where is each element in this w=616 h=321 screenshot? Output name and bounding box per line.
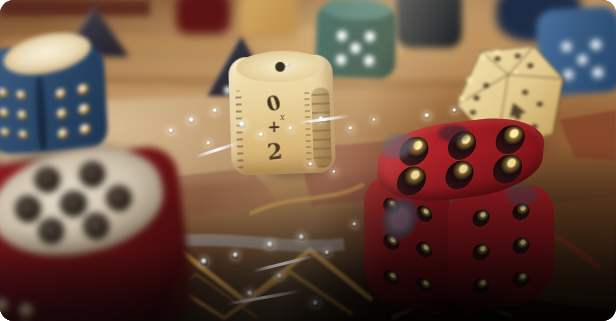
water-droplet: [238, 121, 246, 129]
water-droplet: [308, 162, 313, 167]
pip: [274, 61, 286, 73]
pip: [336, 55, 347, 66]
water-droplet: [324, 250, 330, 256]
water-droplet: [312, 300, 319, 307]
water-droplet: [352, 222, 357, 227]
ornate-die-front-face: 0 x + 2: [242, 86, 307, 171]
teal-die-front-face: [323, 22, 389, 75]
pip: [58, 188, 89, 219]
pip: [512, 236, 529, 256]
hero-red-die: [366, 126, 552, 308]
glyph-x: x: [280, 112, 286, 122]
water-droplet: [288, 126, 293, 131]
marbling-patch: [496, 177, 548, 213]
pip: [444, 159, 475, 191]
pip: [472, 242, 489, 262]
pip: [19, 129, 28, 139]
water-droplet: [212, 108, 218, 114]
pip: [13, 193, 44, 224]
ornate-die-side-face: [311, 87, 331, 168]
water-droplet: [298, 234, 305, 241]
pip: [18, 110, 27, 120]
pip: [0, 127, 9, 137]
pip: [0, 88, 7, 98]
dice-scene: 0 x + 2: [0, 0, 616, 321]
pip: [55, 87, 66, 99]
red-die-front-face: [0, 231, 116, 321]
water-droplet: [372, 118, 376, 122]
pip: [350, 43, 361, 54]
dark-die: [396, 0, 462, 48]
pip: [79, 103, 90, 115]
pip: [495, 124, 526, 156]
pip: [365, 32, 376, 43]
water-droplet: [168, 128, 174, 134]
water-droplet: [200, 258, 208, 266]
pip: [32, 164, 63, 195]
pip: [593, 67, 604, 78]
water-droplet: [348, 126, 353, 131]
pip: [103, 182, 134, 213]
pip: [337, 31, 348, 42]
pip: [417, 240, 433, 259]
glyph-two: 2: [266, 137, 284, 164]
pip: [77, 158, 108, 189]
water-droplet: [332, 170, 336, 174]
pip: [364, 56, 375, 67]
blue-die-right-face: [42, 71, 105, 152]
water-droplet: [232, 252, 239, 259]
red-die-bottom-shading: [381, 279, 537, 312]
pip: [78, 83, 89, 95]
blurred-red-object: [176, 0, 230, 34]
ornate-die-glyphs: 0 x + 2: [242, 89, 307, 165]
pip: [17, 90, 26, 100]
water-droplet: [276, 273, 283, 280]
ornate-bone-die: 0 x + 2: [228, 54, 336, 176]
pip: [18, 303, 34, 319]
blue-die-left: [0, 43, 109, 155]
pip: [0, 298, 10, 314]
pip: [56, 107, 67, 119]
pip: [80, 123, 91, 135]
red-die-lower-left: [0, 144, 196, 321]
pip: [577, 54, 588, 65]
water-droplet: [452, 108, 457, 113]
pip: [0, 107, 8, 117]
water-droplet: [258, 132, 264, 138]
pip: [472, 208, 489, 228]
water-droplet: [188, 117, 195, 124]
water-droplet: [206, 141, 211, 146]
water-droplet: [266, 241, 274, 249]
pip: [591, 39, 602, 50]
blue-die-left-face: [0, 77, 39, 151]
pip: [58, 128, 69, 140]
marbling-patch: [429, 119, 477, 148]
